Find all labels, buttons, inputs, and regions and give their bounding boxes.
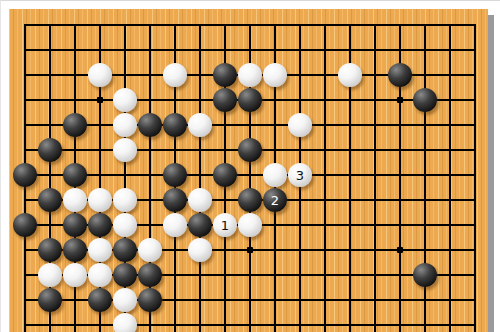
stone-black [163, 113, 187, 137]
stone-white [63, 188, 87, 212]
stone-white [113, 113, 137, 137]
stone-white [113, 288, 137, 312]
stone-white [113, 313, 137, 332]
star-point [247, 247, 253, 253]
stone-white [163, 63, 187, 87]
stone-white [88, 188, 112, 212]
stone-black [38, 188, 62, 212]
stone-black [63, 163, 87, 187]
stone-white [288, 113, 312, 137]
stone-white [88, 263, 112, 287]
grid-line-horizontal [24, 24, 476, 26]
stone-black [63, 113, 87, 137]
stone-black [163, 188, 187, 212]
stone-white [113, 88, 137, 112]
stone-black [163, 163, 187, 187]
stone-black: 2 [263, 188, 287, 212]
stone-white [113, 213, 137, 237]
stone-white: 3 [288, 163, 312, 187]
stone-black [63, 213, 87, 237]
go-board: 321 [9, 9, 488, 332]
stone-white [88, 238, 112, 262]
stone-white [188, 113, 212, 137]
stone-white [113, 138, 137, 162]
stone-black [38, 238, 62, 262]
grid-line-horizontal [24, 174, 476, 176]
stone-white [188, 238, 212, 262]
grid-line-vertical [324, 24, 326, 332]
grid-line-horizontal [24, 124, 476, 126]
stone-white [263, 163, 287, 187]
stone-white [113, 188, 137, 212]
stone-black [238, 88, 262, 112]
stone-white [38, 263, 62, 287]
stone-black [88, 213, 112, 237]
grid-line-vertical [474, 24, 476, 332]
stone-white [188, 188, 212, 212]
stone-white [63, 263, 87, 287]
stone-black [138, 263, 162, 287]
stone-black [88, 288, 112, 312]
stone-black [38, 138, 62, 162]
grid-line-vertical [374, 24, 376, 332]
stone-black [213, 63, 237, 87]
stone-black [213, 88, 237, 112]
stone-black [188, 213, 212, 237]
diagram-frame: 321 [0, 0, 500, 332]
star-point [397, 247, 403, 253]
stone-white [238, 63, 262, 87]
grid-line-horizontal [24, 324, 476, 326]
star-point [97, 97, 103, 103]
star-point [397, 97, 403, 103]
grid-line-vertical [449, 24, 451, 332]
stone-white [338, 63, 362, 87]
move-number-label: 1 [221, 219, 229, 232]
board-edge-shadow [488, 15, 494, 332]
stone-black [113, 263, 137, 287]
stone-white [238, 213, 262, 237]
stone-black [138, 288, 162, 312]
grid-line-horizontal [24, 49, 476, 51]
stone-black [413, 263, 437, 287]
move-number-label: 2 [271, 194, 279, 207]
stone-black [238, 138, 262, 162]
stone-white [88, 63, 112, 87]
stone-white: 1 [213, 213, 237, 237]
stone-black [13, 163, 37, 187]
stone-black [38, 288, 62, 312]
stone-white [163, 213, 187, 237]
stone-black [138, 113, 162, 137]
stone-black [413, 88, 437, 112]
stone-white [138, 238, 162, 262]
stone-black [213, 163, 237, 187]
grid-line-vertical [199, 24, 201, 332]
stone-black [388, 63, 412, 87]
stone-black [63, 238, 87, 262]
stone-black [13, 213, 37, 237]
move-number-label: 3 [296, 169, 304, 182]
stone-black [238, 188, 262, 212]
stone-black [113, 238, 137, 262]
stone-white [263, 63, 287, 87]
